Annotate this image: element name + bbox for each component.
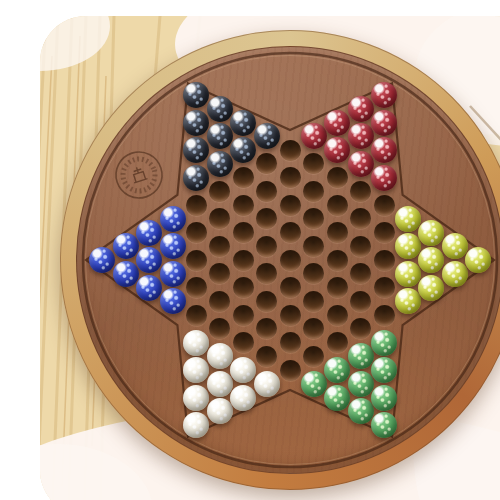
hole-recess xyxy=(327,195,348,216)
board-hole[interactable] xyxy=(419,246,443,274)
marble-green[interactable] xyxy=(324,357,350,383)
board-hole[interactable] xyxy=(114,260,138,288)
board-hole[interactable] xyxy=(396,288,420,316)
marble-white[interactable] xyxy=(207,398,233,424)
board-hole[interactable] xyxy=(372,219,396,247)
marble-black[interactable] xyxy=(207,123,233,149)
board-hole[interactable] xyxy=(255,288,279,316)
marble-yellow[interactable] xyxy=(442,233,468,259)
board-hole[interactable] xyxy=(255,315,279,343)
hole-recess xyxy=(233,250,254,271)
marble-green[interactable] xyxy=(348,371,374,397)
marble-red[interactable] xyxy=(348,96,374,122)
marble-blue[interactable] xyxy=(160,261,186,287)
marble-red[interactable] xyxy=(371,137,397,163)
marble-white[interactable] xyxy=(230,357,256,383)
board-hole[interactable] xyxy=(325,384,349,412)
marble-blue[interactable] xyxy=(136,220,162,246)
marble-green[interactable] xyxy=(348,343,374,369)
marble-blue[interactable] xyxy=(89,247,115,273)
board-hole[interactable] xyxy=(443,233,467,261)
marble-yellow[interactable] xyxy=(442,261,468,287)
hole-recess xyxy=(350,263,371,284)
hole-recess xyxy=(280,195,301,216)
marble-green[interactable] xyxy=(371,357,397,383)
hole-recess xyxy=(280,277,301,298)
board-hole[interactable] xyxy=(372,356,396,384)
hole-recess xyxy=(256,291,277,312)
marble-blue[interactable] xyxy=(113,233,139,259)
hole-recess xyxy=(350,208,371,229)
marble-white[interactable] xyxy=(183,330,209,356)
marble-white[interactable] xyxy=(183,385,209,411)
board-hole[interactable] xyxy=(349,95,373,123)
marble-white[interactable] xyxy=(183,412,209,438)
board-hole[interactable] xyxy=(184,246,208,274)
board-hole[interactable] xyxy=(161,288,185,316)
board-hole[interactable] xyxy=(255,343,279,371)
board-hole[interactable] xyxy=(396,260,420,288)
hole-recess xyxy=(280,360,301,381)
marble-red[interactable] xyxy=(348,123,374,149)
hole-recess xyxy=(327,332,348,353)
board-hole[interactable] xyxy=(372,136,396,164)
hole-recess xyxy=(327,277,348,298)
marble-yellow[interactable] xyxy=(465,247,491,273)
marble-black[interactable] xyxy=(207,151,233,177)
hole-recess xyxy=(233,277,254,298)
marble-blue[interactable] xyxy=(160,288,186,314)
board-hole[interactable] xyxy=(231,274,255,302)
board-hole[interactable] xyxy=(325,136,349,164)
marble-black[interactable] xyxy=(207,96,233,122)
board-hole[interactable] xyxy=(137,274,161,302)
board-hole[interactable] xyxy=(372,384,396,412)
hole-recess xyxy=(350,236,371,257)
hole-recess xyxy=(280,167,301,188)
marble-red[interactable] xyxy=(324,137,350,163)
board-hole[interactable] xyxy=(349,398,373,426)
board-hole[interactable] xyxy=(161,205,185,233)
board-hole[interactable] xyxy=(255,178,279,206)
hole-recess xyxy=(233,332,254,353)
marble-blue[interactable] xyxy=(136,275,162,301)
hole-recess xyxy=(209,291,230,312)
board-hole[interactable] xyxy=(325,164,349,192)
hole-recess xyxy=(280,140,301,161)
board-hole[interactable] xyxy=(184,411,208,439)
board-hole[interactable] xyxy=(255,205,279,233)
board-hole[interactable] xyxy=(208,178,232,206)
board-hole[interactable] xyxy=(184,219,208,247)
marble-white[interactable] xyxy=(183,357,209,383)
hole-recess xyxy=(186,277,207,298)
board-hole[interactable] xyxy=(255,150,279,178)
board-hole[interactable] xyxy=(302,233,326,261)
board-hole[interactable] xyxy=(372,191,396,219)
hole-recess xyxy=(303,181,324,202)
marble-red[interactable] xyxy=(301,123,327,149)
hole-recess xyxy=(256,318,277,339)
hole-recess xyxy=(374,305,395,326)
hole-recess xyxy=(209,263,230,284)
board-hole[interactable] xyxy=(325,356,349,384)
marble-green[interactable] xyxy=(371,330,397,356)
board-hole[interactable] xyxy=(349,150,373,178)
marble-yellow[interactable] xyxy=(418,220,444,246)
board-hole[interactable] xyxy=(278,246,302,274)
hole-recess xyxy=(303,236,324,257)
board-hole[interactable] xyxy=(278,274,302,302)
board-hole[interactable] xyxy=(161,233,185,261)
marble-yellow[interactable] xyxy=(395,261,421,287)
board-hole[interactable] xyxy=(184,301,208,329)
board-hole[interactable] xyxy=(137,246,161,274)
board-hole[interactable] xyxy=(208,233,232,261)
board-hole[interactable] xyxy=(137,219,161,247)
marble-red[interactable] xyxy=(371,165,397,191)
board-hole[interactable] xyxy=(372,329,396,357)
board-hole[interactable] xyxy=(208,95,232,123)
board-hole[interactable] xyxy=(325,109,349,137)
board-hole[interactable] xyxy=(302,315,326,343)
marble-red[interactable] xyxy=(324,110,350,136)
hole-recess xyxy=(350,318,371,339)
board-hole[interactable] xyxy=(278,329,302,357)
board-hole[interactable] xyxy=(325,246,349,274)
board-hole[interactable] xyxy=(208,205,232,233)
board-hole[interactable] xyxy=(349,288,373,316)
board-hole[interactable] xyxy=(302,150,326,178)
board-hole[interactable] xyxy=(372,164,396,192)
board-hole[interactable] xyxy=(349,178,373,206)
hole-recess xyxy=(280,305,301,326)
board-hole[interactable] xyxy=(231,246,255,274)
board-hole[interactable] xyxy=(231,329,255,357)
hole-recess xyxy=(186,250,207,271)
marble-green[interactable] xyxy=(348,398,374,424)
marble-black[interactable] xyxy=(183,110,209,136)
hole-recess xyxy=(256,236,277,257)
marble-green[interactable] xyxy=(371,385,397,411)
board-hole[interactable] xyxy=(208,150,232,178)
hole-recess xyxy=(350,291,371,312)
board-hole[interactable] xyxy=(184,191,208,219)
board-hole[interactable] xyxy=(372,301,396,329)
board-hole[interactable] xyxy=(372,411,396,439)
board-hole[interactable] xyxy=(208,315,232,343)
board-hole[interactable] xyxy=(349,205,373,233)
board-hole[interactable] xyxy=(396,205,420,233)
board-hole[interactable] xyxy=(161,260,185,288)
board-hole[interactable] xyxy=(278,219,302,247)
board-hole[interactable] xyxy=(302,260,326,288)
hole-recess xyxy=(280,222,301,243)
hole-recess xyxy=(209,208,230,229)
marble-yellow[interactable] xyxy=(418,247,444,273)
board-hole[interactable] xyxy=(208,398,232,426)
hole-recess xyxy=(256,181,277,202)
hole-recess xyxy=(233,305,254,326)
board-hole[interactable] xyxy=(208,288,232,316)
board-hole[interactable] xyxy=(302,123,326,151)
hole-recess xyxy=(374,277,395,298)
hole-recess xyxy=(209,236,230,257)
hole-recess xyxy=(256,153,277,174)
hole-recess xyxy=(303,208,324,229)
board-hole[interactable] xyxy=(184,109,208,137)
marble-blue[interactable] xyxy=(113,261,139,287)
board-hole[interactable] xyxy=(255,260,279,288)
board-hole[interactable] xyxy=(90,246,114,274)
marble-blue[interactable] xyxy=(160,206,186,232)
marble-black[interactable] xyxy=(183,137,209,163)
marble-red[interactable] xyxy=(371,82,397,108)
hole-recess xyxy=(374,222,395,243)
board-hole[interactable] xyxy=(231,136,255,164)
board-hole[interactable] xyxy=(231,191,255,219)
hole-recess xyxy=(374,250,395,271)
hole-recess xyxy=(327,250,348,271)
board-hole[interactable] xyxy=(255,370,279,398)
board-hole[interactable] xyxy=(208,343,232,371)
hole-recess xyxy=(303,263,324,284)
hole-recess xyxy=(303,318,324,339)
board-hole[interactable] xyxy=(372,246,396,274)
hole-recess xyxy=(303,346,324,367)
board-hole[interactable] xyxy=(302,370,326,398)
marble-green[interactable] xyxy=(301,371,327,397)
marble-black[interactable] xyxy=(230,110,256,136)
hole-recess xyxy=(256,263,277,284)
marble-white[interactable] xyxy=(207,371,233,397)
board-hole[interactable] xyxy=(208,370,232,398)
board-hole[interactable] xyxy=(231,219,255,247)
board-hole[interactable] xyxy=(184,274,208,302)
board-hole[interactable] xyxy=(184,356,208,384)
board-hole[interactable] xyxy=(396,233,420,261)
board-hole[interactable] xyxy=(184,136,208,164)
board-hole[interactable] xyxy=(302,343,326,371)
hole-recess xyxy=(233,195,254,216)
marble-blue[interactable] xyxy=(136,247,162,273)
board-hole[interactable] xyxy=(231,301,255,329)
hole-recess xyxy=(327,305,348,326)
marble-black[interactable] xyxy=(254,123,280,149)
hole-recess xyxy=(303,291,324,312)
board-hole[interactable] xyxy=(325,219,349,247)
board-hole[interactable] xyxy=(325,191,349,219)
holes-grid xyxy=(90,81,490,439)
marble-yellow[interactable] xyxy=(418,275,444,301)
marble-green[interactable] xyxy=(371,412,397,438)
board-hole[interactable] xyxy=(325,329,349,357)
board-hole[interactable] xyxy=(231,384,255,412)
marble-white[interactable] xyxy=(254,371,280,397)
board-hole[interactable] xyxy=(278,164,302,192)
game-caption: chinese-checkers xyxy=(40,16,41,17)
board-hole[interactable] xyxy=(349,343,373,371)
board-hole[interactable] xyxy=(114,233,138,261)
board-hole[interactable] xyxy=(372,81,396,109)
marble-yellow[interactable] xyxy=(395,288,421,314)
hole-recess xyxy=(303,153,324,174)
board-hole[interactable] xyxy=(349,233,373,261)
marble-white[interactable] xyxy=(207,343,233,369)
marble-yellow[interactable] xyxy=(395,206,421,232)
board-hole[interactable] xyxy=(208,123,232,151)
marble-blue[interactable] xyxy=(160,233,186,259)
hole-recess xyxy=(327,222,348,243)
marble-green[interactable] xyxy=(324,385,350,411)
board-hole[interactable] xyxy=(372,274,396,302)
board-hole[interactable] xyxy=(184,384,208,412)
board-hole[interactable] xyxy=(231,164,255,192)
hole-recess xyxy=(280,332,301,353)
board-hole[interactable] xyxy=(302,205,326,233)
board-hole[interactable] xyxy=(419,274,443,302)
board-hole[interactable] xyxy=(184,81,208,109)
hole-recess xyxy=(280,250,301,271)
board-hole[interactable] xyxy=(278,191,302,219)
marble-white[interactable] xyxy=(230,385,256,411)
board-hole[interactable] xyxy=(419,219,443,247)
board-hole[interactable] xyxy=(278,356,302,384)
board-hole[interactable] xyxy=(278,301,302,329)
board-hole[interactable] xyxy=(466,246,490,274)
board-hole[interactable] xyxy=(255,123,279,151)
marble-red[interactable] xyxy=(371,110,397,136)
board-hole[interactable] xyxy=(231,356,255,384)
hole-recess xyxy=(327,167,348,188)
hole-recess xyxy=(350,181,371,202)
board-hole[interactable] xyxy=(349,260,373,288)
board-hole[interactable] xyxy=(302,178,326,206)
hole-recess xyxy=(374,195,395,216)
hole-recess xyxy=(186,195,207,216)
marble-black[interactable] xyxy=(230,137,256,163)
board-hole[interactable] xyxy=(325,301,349,329)
hole-recess xyxy=(233,167,254,188)
hole-recess xyxy=(256,208,277,229)
board-hole[interactable] xyxy=(184,164,208,192)
marble-red[interactable] xyxy=(348,151,374,177)
board-hole[interactable] xyxy=(443,260,467,288)
marble-yellow[interactable] xyxy=(395,233,421,259)
board-hole[interactable] xyxy=(278,136,302,164)
hole-recess xyxy=(186,305,207,326)
board-hole[interactable] xyxy=(349,315,373,343)
board-hole[interactable] xyxy=(184,329,208,357)
marble-black[interactable] xyxy=(183,82,209,108)
board-hole[interactable] xyxy=(231,109,255,137)
hole-recess xyxy=(186,222,207,243)
hole-recess xyxy=(233,222,254,243)
board-hole[interactable] xyxy=(208,260,232,288)
board-hole[interactable] xyxy=(349,123,373,151)
hole-recess xyxy=(209,181,230,202)
hole-recess xyxy=(256,346,277,367)
board-hole[interactable] xyxy=(255,233,279,261)
board-hole[interactable] xyxy=(325,274,349,302)
marble-black[interactable] xyxy=(183,165,209,191)
photo: chinese-checkers xyxy=(40,16,500,500)
board-hole[interactable] xyxy=(349,370,373,398)
hole-recess xyxy=(209,318,230,339)
board-hole[interactable] xyxy=(302,288,326,316)
board-hole[interactable] xyxy=(372,109,396,137)
